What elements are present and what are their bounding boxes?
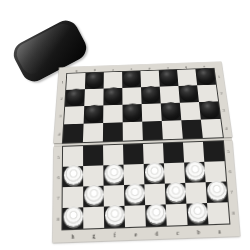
white-checker[interactable] (165, 181, 185, 201)
square-d4[interactable] (142, 121, 163, 140)
white-checker[interactable] (187, 201, 208, 222)
checkers-board: hgfedcba 1234 1234 5678 5678 hgfedcba (51, 49, 235, 239)
square-g6[interactable] (83, 165, 103, 186)
file-label: a (195, 64, 214, 68)
square-g8[interactable] (83, 207, 104, 229)
white-checker[interactable] (206, 180, 227, 200)
file-labels-bottom: hgfedcba (62, 228, 230, 240)
square-c1[interactable] (159, 70, 179, 87)
rank-label: 8 (54, 208, 63, 230)
square-d1[interactable] (140, 71, 159, 88)
square-b6[interactable] (184, 162, 206, 183)
black-checker[interactable] (159, 69, 178, 85)
square-a6[interactable] (204, 161, 226, 182)
file-label: g (86, 67, 104, 71)
file-label: d (146, 230, 167, 237)
file-label: e (125, 231, 146, 238)
square-a3[interactable] (199, 101, 220, 119)
square-d3[interactable] (142, 103, 162, 121)
white-checker[interactable] (104, 163, 124, 183)
square-d8[interactable] (145, 204, 167, 226)
square-e2[interactable] (122, 87, 141, 104)
white-checker[interactable] (124, 183, 144, 203)
square-b5[interactable] (183, 142, 204, 163)
square-a5[interactable] (203, 141, 225, 162)
black-checker[interactable] (85, 71, 103, 87)
square-g4[interactable] (83, 123, 103, 142)
board-half-top: hgfedcba 1234 1234 (54, 62, 232, 143)
square-h8[interactable] (62, 207, 83, 229)
square-f8[interactable] (104, 206, 125, 228)
square-h6[interactable] (63, 166, 83, 187)
black-checker[interactable] (123, 70, 141, 86)
file-label: g (83, 232, 104, 239)
square-a8[interactable] (207, 202, 229, 224)
square-b4[interactable] (181, 120, 203, 139)
file-label: d (140, 65, 158, 69)
product-photo-stage: hgfedcba 1234 1234 5678 5678 hgfedcba (0, 0, 250, 250)
square-g3[interactable] (84, 105, 104, 123)
file-label: c (167, 229, 188, 236)
square-d2[interactable] (141, 87, 161, 104)
square-c8[interactable] (166, 204, 188, 226)
rank-label: 5 (54, 147, 62, 167)
black-checker[interactable] (196, 67, 215, 83)
square-e4[interactable] (123, 122, 143, 141)
square-c6[interactable] (164, 163, 185, 184)
rank-labels-bottom-left: 5678 (54, 147, 63, 230)
square-a4[interactable] (201, 119, 223, 138)
rank-label: 6 (54, 167, 62, 188)
square-c5[interactable] (163, 143, 184, 164)
white-checker[interactable] (84, 184, 104, 204)
square-f5[interactable] (103, 145, 123, 166)
square-f3[interactable] (103, 105, 123, 123)
square-d6[interactable] (144, 163, 165, 184)
white-checker[interactable] (63, 165, 82, 185)
file-label: e (122, 66, 140, 70)
square-f7[interactable] (104, 185, 125, 207)
square-g7[interactable] (83, 186, 104, 208)
square-h7[interactable] (63, 186, 84, 208)
square-g1[interactable] (85, 72, 104, 89)
rank-label: 8 (228, 202, 238, 224)
white-checker[interactable] (146, 203, 166, 224)
square-b2[interactable] (178, 85, 199, 102)
black-checker[interactable] (179, 84, 198, 100)
file-label: f (104, 67, 122, 71)
file-label: a (209, 228, 230, 235)
rank-label: 7 (227, 181, 237, 202)
file-label: h (67, 68, 85, 72)
square-a7[interactable] (206, 181, 228, 203)
square-c3[interactable] (161, 103, 182, 121)
square-b3[interactable] (180, 102, 201, 120)
square-b1[interactable] (177, 69, 197, 86)
square-e7[interactable] (124, 184, 145, 206)
board-half-bottom: 5678 5678 hgfedcba (53, 141, 240, 243)
black-checker[interactable] (161, 101, 181, 118)
file-label: b (188, 229, 209, 236)
file-label: b (177, 64, 196, 68)
square-d5[interactable] (143, 143, 164, 164)
black-checker[interactable] (84, 104, 103, 121)
square-f6[interactable] (103, 165, 124, 186)
file-label: f (104, 231, 125, 238)
square-b8[interactable] (186, 203, 208, 225)
square-c2[interactable] (160, 86, 180, 103)
square-e1[interactable] (122, 71, 141, 88)
square-c7[interactable] (165, 183, 187, 205)
square-e8[interactable] (125, 205, 146, 227)
file-label: c (158, 65, 176, 69)
white-checker[interactable] (185, 160, 205, 180)
black-checker[interactable] (66, 88, 85, 105)
board-grid-bottom (62, 141, 229, 229)
square-h3[interactable] (64, 106, 84, 124)
white-checker[interactable] (63, 206, 83, 227)
rank-label: 7 (54, 187, 62, 208)
square-d7[interactable] (144, 184, 165, 206)
black-checker[interactable] (104, 87, 122, 104)
white-checker[interactable] (104, 204, 124, 225)
board-grid-top (63, 69, 223, 143)
square-h2[interactable] (65, 89, 85, 107)
square-g2[interactable] (84, 89, 103, 107)
black-checker[interactable] (199, 100, 219, 117)
square-f4[interactable] (103, 122, 123, 141)
white-checker[interactable] (144, 162, 164, 182)
square-f1[interactable] (104, 72, 123, 89)
rank-label: 5 (223, 141, 233, 161)
square-f2[interactable] (103, 88, 122, 105)
square-e5[interactable] (123, 144, 144, 165)
black-checker[interactable] (141, 85, 160, 102)
black-checker[interactable] (123, 103, 142, 120)
square-e6[interactable] (123, 164, 144, 185)
square-h1[interactable] (66, 73, 85, 90)
square-e3[interactable] (122, 104, 142, 122)
square-c4[interactable] (162, 120, 183, 139)
rank-label: 6 (225, 161, 235, 182)
square-b7[interactable] (185, 182, 207, 204)
square-h5[interactable] (63, 146, 83, 167)
file-label: h (62, 233, 83, 240)
square-g5[interactable] (83, 145, 103, 166)
square-a2[interactable] (197, 85, 218, 102)
square-a1[interactable] (195, 69, 215, 86)
square-h4[interactable] (63, 124, 84, 143)
